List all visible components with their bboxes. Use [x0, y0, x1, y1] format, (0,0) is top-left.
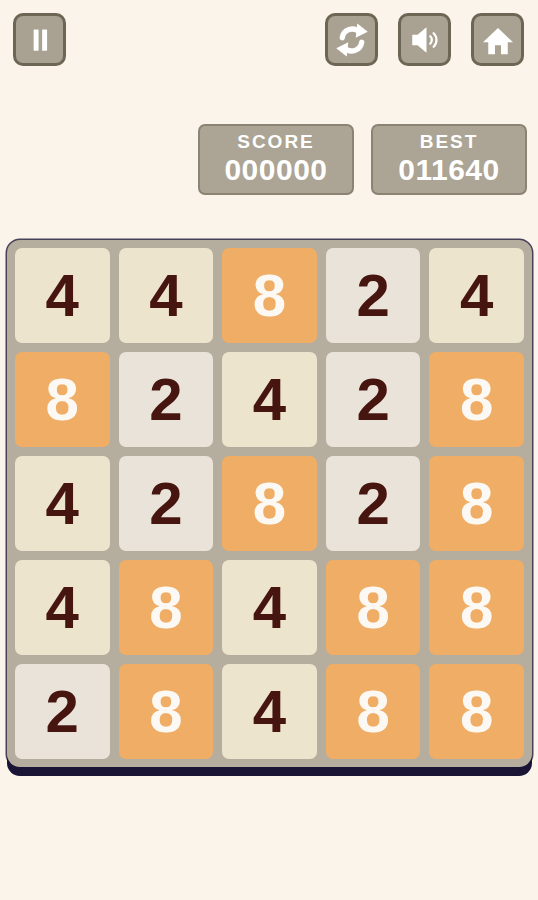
score-box: SCORE 000000: [198, 124, 354, 195]
tile-r2c2: 2: [119, 352, 214, 447]
tile-r5c2: 8: [119, 664, 214, 759]
tile-r5c1: 2: [15, 664, 110, 759]
score-row: SCORE 000000 BEST 011640: [198, 124, 527, 195]
home-button[interactable]: [471, 13, 524, 66]
best-box: BEST 011640: [371, 124, 527, 195]
tile-r4c5: 8: [429, 560, 524, 655]
sound-icon: [407, 22, 443, 58]
tile-r1c4: 2: [326, 248, 421, 343]
tile-r2c4: 2: [326, 352, 421, 447]
tile-r1c2: 4: [119, 248, 214, 343]
pause-icon: [23, 23, 57, 57]
tile-r2c5: 8: [429, 352, 524, 447]
tile-r4c1: 4: [15, 560, 110, 655]
score-label: SCORE: [237, 132, 315, 153]
tile-r3c3: 8: [222, 456, 317, 551]
tile-r4c2: 8: [119, 560, 214, 655]
tile-r1c1: 4: [15, 248, 110, 343]
top-right-buttons: [325, 13, 524, 66]
sound-button[interactable]: [398, 13, 451, 66]
tile-r2c1: 8: [15, 352, 110, 447]
tile-r3c2: 2: [119, 456, 214, 551]
tile-r2c3: 4: [222, 352, 317, 447]
home-icon: [480, 22, 516, 58]
tile-r4c3: 4: [222, 560, 317, 655]
tile-r3c1: 4: [15, 456, 110, 551]
tile-r5c4: 8: [326, 664, 421, 759]
tile-r5c5: 8: [429, 664, 524, 759]
game-board[interactable]: 4482482428428284848828488: [7, 240, 532, 767]
score-value: 000000: [224, 153, 327, 188]
tile-r1c5: 4: [429, 248, 524, 343]
restart-button[interactable]: [325, 13, 378, 66]
tile-r4c4: 8: [326, 560, 421, 655]
restart-icon: [334, 22, 370, 58]
best-label: BEST: [420, 132, 479, 153]
tile-r3c4: 2: [326, 456, 421, 551]
pause-button[interactable]: [13, 13, 66, 66]
tile-r3c5: 8: [429, 456, 524, 551]
best-value: 011640: [398, 153, 499, 188]
tile-r1c3: 8: [222, 248, 317, 343]
tile-r5c3: 4: [222, 664, 317, 759]
top-bar: [13, 13, 524, 66]
